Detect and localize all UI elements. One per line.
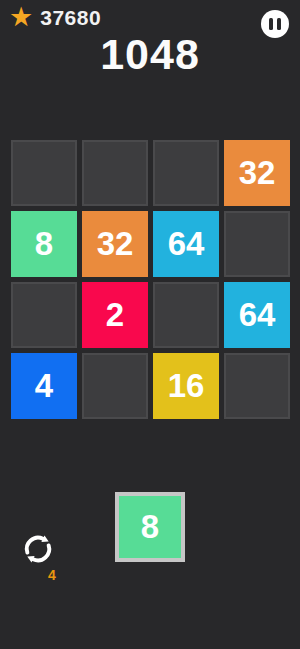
score-display: ★ 37680 bbox=[9, 0, 101, 36]
star-icon: ★ bbox=[9, 4, 33, 31]
board-cell-empty[interactable] bbox=[224, 211, 290, 277]
board: 3283264264416 bbox=[11, 140, 290, 419]
board-tile-32[interactable]: 32 bbox=[224, 140, 290, 206]
swap-count-badge: 4 bbox=[48, 567, 56, 583]
board-tile-8[interactable]: 8 bbox=[11, 211, 77, 277]
game-title: 1048 bbox=[0, 33, 300, 75]
board-tile-16[interactable]: 16 bbox=[153, 353, 219, 419]
swap-icon bbox=[21, 531, 55, 567]
board-tile-32[interactable]: 32 bbox=[82, 211, 148, 277]
board-tile-64[interactable]: 64 bbox=[224, 282, 290, 348]
next-tile[interactable]: 8 bbox=[115, 492, 185, 562]
board-cell-empty[interactable] bbox=[11, 282, 77, 348]
board-cell-empty[interactable] bbox=[82, 140, 148, 206]
board-cell-empty[interactable] bbox=[153, 140, 219, 206]
board-tile-64[interactable]: 64 bbox=[153, 211, 219, 277]
board-cell-empty[interactable] bbox=[82, 353, 148, 419]
game-screen: ★ 37680 1048 3283264264416 8 4 bbox=[0, 0, 300, 649]
board-tile-4[interactable]: 4 bbox=[11, 353, 77, 419]
swap-button[interactable]: 4 bbox=[18, 528, 64, 584]
score-value: 37680 bbox=[40, 6, 101, 30]
board-tile-2[interactable]: 2 bbox=[82, 282, 148, 348]
board-cell-empty[interactable] bbox=[11, 140, 77, 206]
board-cell-empty[interactable] bbox=[224, 353, 290, 419]
pause-icon bbox=[269, 18, 273, 30]
pause-icon bbox=[277, 18, 281, 30]
board-cell-empty[interactable] bbox=[153, 282, 219, 348]
